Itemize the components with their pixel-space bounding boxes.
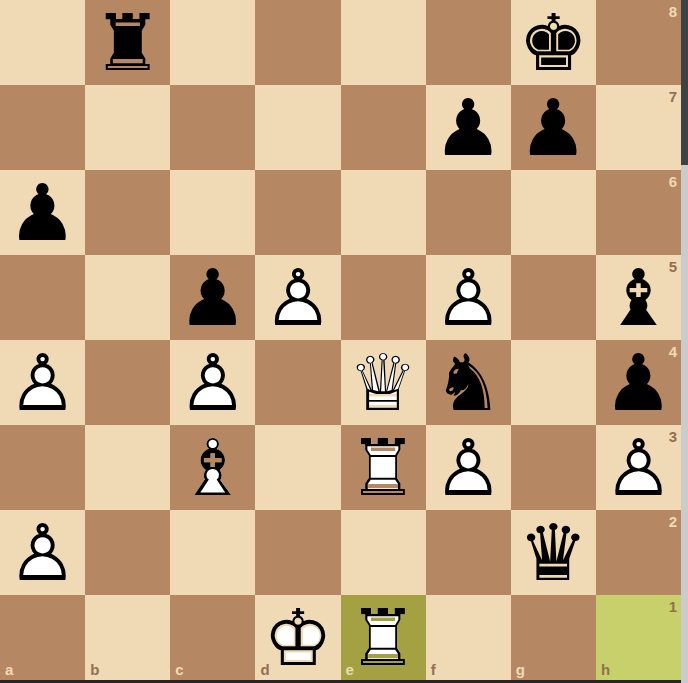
- square-b1[interactable]: b: [85, 595, 170, 680]
- coord-rank-2: 2: [669, 514, 677, 529]
- square-e3[interactable]: ♜♖: [341, 425, 426, 510]
- coord-file-g: g: [516, 662, 525, 677]
- white-pawn[interactable]: ♟♙: [426, 255, 511, 340]
- square-a4[interactable]: ♟♙: [0, 340, 85, 425]
- black-pawn[interactable]: ♟: [0, 170, 85, 255]
- square-c6[interactable]: [170, 170, 255, 255]
- coord-file-e: e: [346, 662, 354, 677]
- square-d7[interactable]: [255, 85, 340, 170]
- chess-board[interactable]: ♜♚8♟♟7♟6♟♟♙♟♙♝5♟♙♟♙♛♕♞♟4♝♗♜♖♟♙♟♙3♟♙♛2abc…: [0, 0, 681, 680]
- coord-file-a: a: [5, 662, 13, 677]
- square-b2[interactable]: [85, 510, 170, 595]
- square-g1[interactable]: g: [511, 595, 596, 680]
- square-h7[interactable]: 7: [596, 85, 681, 170]
- square-c8[interactable]: [170, 0, 255, 85]
- coord-file-f: f: [431, 662, 436, 677]
- white-pawn[interactable]: ♟♙: [426, 425, 511, 510]
- square-a5[interactable]: [0, 255, 85, 340]
- square-a2[interactable]: ♟♙: [0, 510, 85, 595]
- square-a1[interactable]: a: [0, 595, 85, 680]
- square-g7[interactable]: ♟: [511, 85, 596, 170]
- square-a7[interactable]: [0, 85, 85, 170]
- white-pawn[interactable]: ♟♙: [0, 340, 85, 425]
- page: ♜♚8♟♟7♟6♟♟♙♟♙♝5♟♙♟♙♛♕♞♟4♝♗♜♖♟♙♟♙3♟♙♛2abc…: [0, 0, 688, 683]
- square-b3[interactable]: [85, 425, 170, 510]
- square-g2[interactable]: ♛: [511, 510, 596, 595]
- square-d2[interactable]: [255, 510, 340, 595]
- square-f2[interactable]: [426, 510, 511, 595]
- coord-file-h: h: [601, 662, 610, 677]
- square-f7[interactable]: ♟: [426, 85, 511, 170]
- black-pawn[interactable]: ♟: [170, 255, 255, 340]
- black-pawn[interactable]: ♟: [426, 85, 511, 170]
- coord-rank-5: 5: [669, 259, 677, 274]
- square-d3[interactable]: [255, 425, 340, 510]
- black-pawn[interactable]: ♟: [511, 85, 596, 170]
- square-g5[interactable]: [511, 255, 596, 340]
- square-f1[interactable]: f: [426, 595, 511, 680]
- square-g3[interactable]: [511, 425, 596, 510]
- square-d8[interactable]: [255, 0, 340, 85]
- coord-rank-3: 3: [669, 429, 677, 444]
- square-a8[interactable]: [0, 0, 85, 85]
- black-rook[interactable]: ♜: [85, 0, 170, 85]
- square-f3[interactable]: ♟♙: [426, 425, 511, 510]
- coord-rank-6: 6: [669, 174, 677, 189]
- black-king[interactable]: ♚: [511, 0, 596, 85]
- square-e1[interactable]: ♜♖e: [341, 595, 426, 680]
- white-pawn[interactable]: ♟♙: [170, 340, 255, 425]
- coord-file-b: b: [90, 662, 99, 677]
- square-e6[interactable]: [341, 170, 426, 255]
- square-d5[interactable]: ♟♙: [255, 255, 340, 340]
- square-h4[interactable]: ♟4: [596, 340, 681, 425]
- square-b7[interactable]: [85, 85, 170, 170]
- square-c5[interactable]: ♟: [170, 255, 255, 340]
- square-a3[interactable]: [0, 425, 85, 510]
- scrollbar-thumb[interactable]: [681, 0, 688, 165]
- white-rook[interactable]: ♜♖: [341, 425, 426, 510]
- square-c1[interactable]: c: [170, 595, 255, 680]
- square-h6[interactable]: 6: [596, 170, 681, 255]
- black-queen[interactable]: ♛: [511, 510, 596, 595]
- white-queen[interactable]: ♛♕: [341, 340, 426, 425]
- square-b5[interactable]: [85, 255, 170, 340]
- square-e5[interactable]: [341, 255, 426, 340]
- square-b8[interactable]: ♜: [85, 0, 170, 85]
- square-h3[interactable]: ♟♙3: [596, 425, 681, 510]
- square-h8[interactable]: 8: [596, 0, 681, 85]
- square-f8[interactable]: [426, 0, 511, 85]
- square-c7[interactable]: [170, 85, 255, 170]
- square-h2[interactable]: 2: [596, 510, 681, 595]
- coord-file-d: d: [260, 662, 269, 677]
- square-c4[interactable]: ♟♙: [170, 340, 255, 425]
- square-d1[interactable]: ♚♔d: [255, 595, 340, 680]
- square-b4[interactable]: [85, 340, 170, 425]
- square-e2[interactable]: [341, 510, 426, 595]
- square-c3[interactable]: ♝♗: [170, 425, 255, 510]
- square-e7[interactable]: [341, 85, 426, 170]
- square-g8[interactable]: ♚: [511, 0, 596, 85]
- square-d4[interactable]: [255, 340, 340, 425]
- square-h5[interactable]: ♝5: [596, 255, 681, 340]
- coord-rank-4: 4: [669, 344, 677, 359]
- coord-rank-1: 1: [669, 599, 677, 614]
- coord-rank-8: 8: [669, 4, 677, 19]
- square-g4[interactable]: [511, 340, 596, 425]
- square-b6[interactable]: [85, 170, 170, 255]
- scrollbar[interactable]: [681, 0, 688, 683]
- white-pawn[interactable]: ♟♙: [0, 510, 85, 595]
- square-f4[interactable]: ♞: [426, 340, 511, 425]
- coord-file-c: c: [175, 662, 183, 677]
- square-g6[interactable]: [511, 170, 596, 255]
- square-f5[interactable]: ♟♙: [426, 255, 511, 340]
- white-bishop[interactable]: ♝♗: [170, 425, 255, 510]
- square-h1[interactable]: 1h: [596, 595, 681, 680]
- square-c2[interactable]: [170, 510, 255, 595]
- square-e4[interactable]: ♛♕: [341, 340, 426, 425]
- coord-rank-7: 7: [669, 89, 677, 104]
- square-f6[interactable]: [426, 170, 511, 255]
- white-pawn[interactable]: ♟♙: [255, 255, 340, 340]
- black-knight[interactable]: ♞: [426, 340, 511, 425]
- square-d6[interactable]: [255, 170, 340, 255]
- square-a6[interactable]: ♟: [0, 170, 85, 255]
- square-e8[interactable]: [341, 0, 426, 85]
